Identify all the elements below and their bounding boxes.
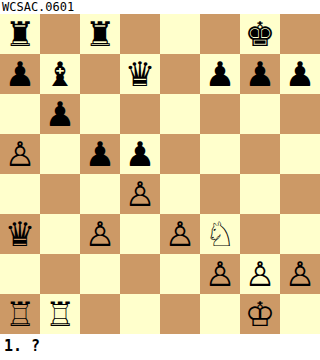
square-b3[interactable] xyxy=(40,214,80,254)
square-b2[interactable] xyxy=(40,254,80,294)
square-b1[interactable]: ♖ xyxy=(40,294,80,334)
diagram-title: WCSAC.0601 xyxy=(0,0,320,14)
square-h1[interactable] xyxy=(280,294,320,334)
square-h3[interactable] xyxy=(280,214,320,254)
square-b5[interactable] xyxy=(40,134,80,174)
black-pawn-c5: ♟ xyxy=(80,134,120,174)
black-pawn-b6: ♟ xyxy=(40,94,80,134)
square-a2[interactable] xyxy=(0,254,40,294)
square-g3[interactable] xyxy=(240,214,280,254)
white-rook-b1: ♖ xyxy=(40,294,80,334)
square-c3[interactable]: ♙ xyxy=(80,214,120,254)
square-c2[interactable] xyxy=(80,254,120,294)
square-d7[interactable]: ♛ xyxy=(120,54,160,94)
black-pawn-f7: ♟ xyxy=(200,54,240,94)
square-g1[interactable]: ♔ xyxy=(240,294,280,334)
square-e2[interactable] xyxy=(160,254,200,294)
square-d2[interactable] xyxy=(120,254,160,294)
square-h4[interactable] xyxy=(280,174,320,214)
white-pawn-g2: ♙ xyxy=(240,254,280,294)
square-b8[interactable] xyxy=(40,14,80,54)
white-pawn-d4: ♙ xyxy=(120,174,160,214)
white-pawn-a5: ♙ xyxy=(0,134,40,174)
square-c5[interactable]: ♟ xyxy=(80,134,120,174)
white-pawn-e3: ♙ xyxy=(160,214,200,254)
square-e4[interactable] xyxy=(160,174,200,214)
move-prompt: 1. ? xyxy=(0,334,320,360)
square-e5[interactable] xyxy=(160,134,200,174)
white-knight-f3: ♘ xyxy=(200,214,240,254)
square-h2[interactable]: ♙ xyxy=(280,254,320,294)
white-king-g1: ♔ xyxy=(240,294,280,334)
square-e6[interactable] xyxy=(160,94,200,134)
white-pawn-f2: ♙ xyxy=(200,254,240,294)
square-d1[interactable] xyxy=(120,294,160,334)
square-e8[interactable] xyxy=(160,14,200,54)
square-f5[interactable] xyxy=(200,134,240,174)
square-d8[interactable] xyxy=(120,14,160,54)
square-d3[interactable] xyxy=(120,214,160,254)
square-f3[interactable]: ♘ xyxy=(200,214,240,254)
square-a4[interactable] xyxy=(0,174,40,214)
square-g6[interactable] xyxy=(240,94,280,134)
black-pawn-g7: ♟ xyxy=(240,54,280,94)
square-e1[interactable] xyxy=(160,294,200,334)
chess-diagram-window: WCSAC.0601 ♜♜♚♟♝♛♟♟♟♟♙♟♟♙♛♙♙♘♙♙♙♖♖♔ 1. ? xyxy=(0,0,320,360)
black-pawn-d5: ♟ xyxy=(120,134,160,174)
black-bishop-b7: ♝ xyxy=(40,54,80,94)
square-a5[interactable]: ♙ xyxy=(0,134,40,174)
square-d5[interactable]: ♟ xyxy=(120,134,160,174)
square-b7[interactable]: ♝ xyxy=(40,54,80,94)
square-g2[interactable]: ♙ xyxy=(240,254,280,294)
square-f4[interactable] xyxy=(200,174,240,214)
black-pawn-a7: ♟ xyxy=(0,54,40,94)
square-f8[interactable] xyxy=(200,14,240,54)
black-rook-c8: ♜ xyxy=(80,14,120,54)
square-h5[interactable] xyxy=(280,134,320,174)
square-d4[interactable]: ♙ xyxy=(120,174,160,214)
square-c1[interactable] xyxy=(80,294,120,334)
square-g7[interactable]: ♟ xyxy=(240,54,280,94)
white-pawn-c3: ♙ xyxy=(80,214,120,254)
square-g8[interactable]: ♚ xyxy=(240,14,280,54)
white-pawn-h2: ♙ xyxy=(280,254,320,294)
square-c6[interactable] xyxy=(80,94,120,134)
square-h8[interactable] xyxy=(280,14,320,54)
square-d6[interactable] xyxy=(120,94,160,134)
black-pawn-h7: ♟ xyxy=(280,54,320,94)
square-a8[interactable]: ♜ xyxy=(0,14,40,54)
square-e7[interactable] xyxy=(160,54,200,94)
square-g5[interactable] xyxy=(240,134,280,174)
square-f6[interactable] xyxy=(200,94,240,134)
square-f2[interactable]: ♙ xyxy=(200,254,240,294)
square-c7[interactable] xyxy=(80,54,120,94)
square-e3[interactable]: ♙ xyxy=(160,214,200,254)
square-f1[interactable] xyxy=(200,294,240,334)
square-a7[interactable]: ♟ xyxy=(0,54,40,94)
chess-board: ♜♜♚♟♝♛♟♟♟♟♙♟♟♙♛♙♙♘♙♙♙♖♖♔ xyxy=(0,14,320,334)
square-g4[interactable] xyxy=(240,174,280,214)
square-c4[interactable] xyxy=(80,174,120,214)
square-a3[interactable]: ♛ xyxy=(0,214,40,254)
square-c8[interactable]: ♜ xyxy=(80,14,120,54)
square-b4[interactable] xyxy=(40,174,80,214)
black-rook-a8: ♜ xyxy=(0,14,40,54)
square-a6[interactable] xyxy=(0,94,40,134)
square-a1[interactable]: ♖ xyxy=(0,294,40,334)
square-h6[interactable] xyxy=(280,94,320,134)
square-b6[interactable]: ♟ xyxy=(40,94,80,134)
black-king-g8: ♚ xyxy=(240,14,280,54)
white-rook-a1: ♖ xyxy=(0,294,40,334)
black-queen-d7: ♛ xyxy=(120,54,160,94)
square-h7[interactable]: ♟ xyxy=(280,54,320,94)
black-queen-a3: ♛ xyxy=(0,214,40,254)
square-f7[interactable]: ♟ xyxy=(200,54,240,94)
